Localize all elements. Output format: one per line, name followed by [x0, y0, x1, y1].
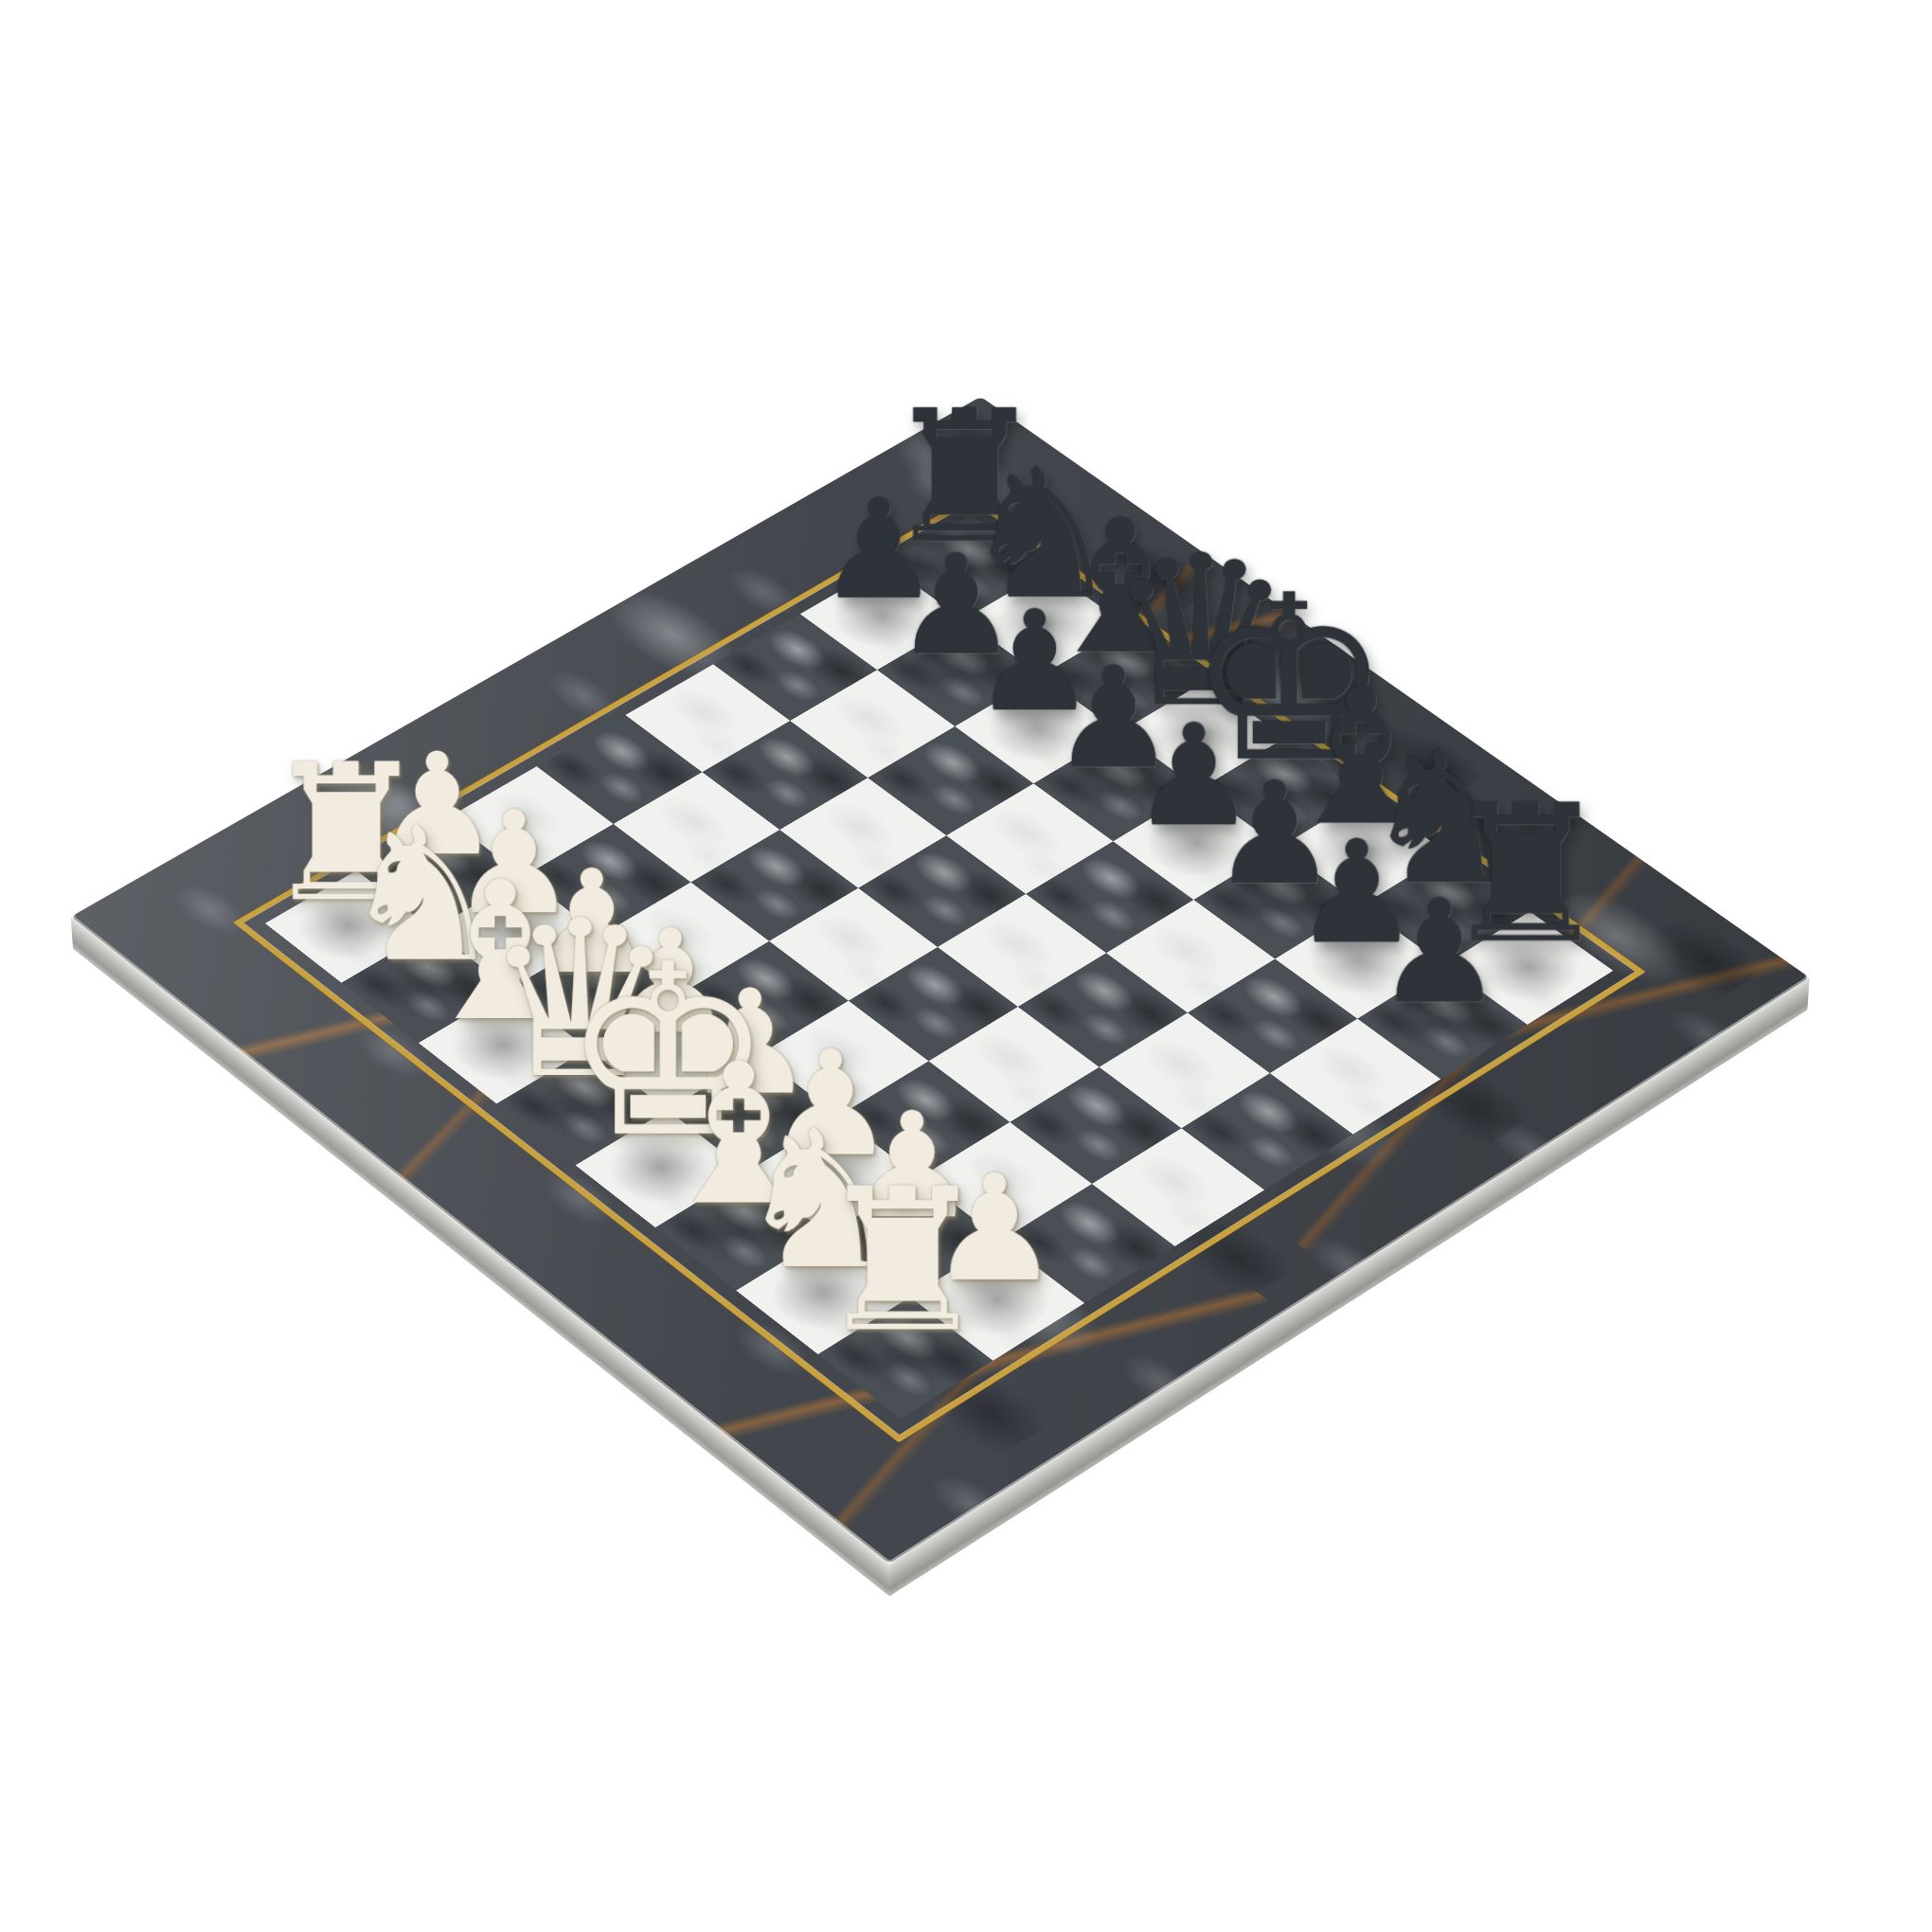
white-rook-glyph: ♜ [804, 1162, 1001, 1359]
chess-board: ♜♞♝♛♚♝♞♜♟♟♟♟♟♟♟♟♟♟♟♟♟♟♟♟♜♞♝♛♚♝♞♜ [71, 397, 1810, 1564]
product-photo-scene: ♜♞♝♛♚♝♞♜♟♟♟♟♟♟♟♟♟♟♟♟♟♟♟♟♜♞♝♛♚♝♞♜ [0, 0, 1932, 1932]
black-pawn-glyph: ♟ [1344, 881, 1534, 1024]
